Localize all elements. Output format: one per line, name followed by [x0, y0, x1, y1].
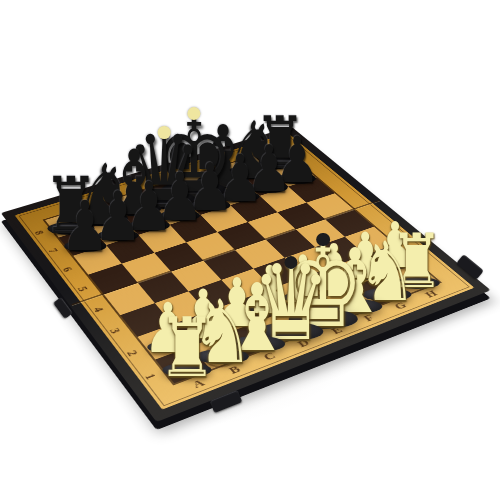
logo-stamp-inner-circle	[206, 347, 234, 365]
finial-dot	[158, 126, 171, 139]
chess-set-photo: ABCDEFGH12345678 ♜♞♝♛♚♝♞♜♟♟♟♟♟♟♟♟♟♟♟♟♟♟♟…	[0, 0, 500, 500]
finial-dot	[188, 107, 201, 120]
